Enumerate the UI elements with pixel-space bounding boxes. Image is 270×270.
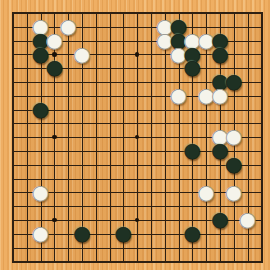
intersection-J13[interactable] bbox=[116, 89, 130, 103]
intersection-Q12[interactable] bbox=[213, 103, 227, 117]
intersection-H18[interactable] bbox=[103, 20, 117, 34]
intersection-T16[interactable] bbox=[254, 47, 268, 61]
intersection-N12[interactable] bbox=[172, 103, 186, 117]
intersection-J6[interactable] bbox=[116, 185, 130, 199]
intersection-F3[interactable]: ● bbox=[75, 227, 89, 241]
intersection-J10[interactable] bbox=[116, 130, 130, 144]
intersection-T12[interactable] bbox=[254, 103, 268, 117]
intersection-K9[interactable] bbox=[130, 144, 144, 158]
intersection-S3[interactable] bbox=[241, 227, 255, 241]
intersection-R3[interactable] bbox=[227, 227, 241, 241]
intersection-S15[interactable] bbox=[241, 61, 255, 75]
intersection-J7[interactable] bbox=[116, 172, 130, 186]
intersection-F5[interactable] bbox=[75, 199, 89, 213]
intersection-P3[interactable] bbox=[199, 227, 213, 241]
intersection-H1[interactable] bbox=[103, 254, 117, 268]
intersection-G6[interactable] bbox=[89, 185, 103, 199]
intersection-S8[interactable] bbox=[241, 158, 255, 172]
intersection-N5[interactable] bbox=[172, 199, 186, 213]
intersection-C11[interactable] bbox=[34, 116, 48, 130]
intersection-J8[interactable] bbox=[116, 158, 130, 172]
intersection-D6[interactable] bbox=[47, 185, 61, 199]
intersection-C8[interactable] bbox=[34, 158, 48, 172]
intersection-H17[interactable] bbox=[103, 34, 117, 48]
intersection-J2[interactable] bbox=[116, 241, 130, 255]
intersection-T3[interactable] bbox=[254, 227, 268, 241]
intersection-O15[interactable]: ● bbox=[185, 61, 199, 75]
intersection-D5[interactable] bbox=[47, 199, 61, 213]
intersection-C1[interactable] bbox=[34, 254, 48, 268]
intersection-E1[interactable] bbox=[61, 254, 75, 268]
intersection-P8[interactable] bbox=[199, 158, 213, 172]
intersection-F14[interactable] bbox=[75, 75, 89, 89]
intersection-K10[interactable] bbox=[130, 130, 144, 144]
intersection-S14[interactable] bbox=[241, 75, 255, 89]
intersection-H9[interactable] bbox=[103, 144, 117, 158]
intersection-N7[interactable] bbox=[172, 172, 186, 186]
intersection-S1[interactable] bbox=[241, 254, 255, 268]
intersection-R14[interactable]: ● bbox=[227, 75, 241, 89]
intersection-G7[interactable] bbox=[89, 172, 103, 186]
intersection-E15[interactable] bbox=[61, 61, 75, 75]
intersection-O9[interactable]: ● bbox=[185, 144, 199, 158]
intersection-J12[interactable] bbox=[116, 103, 130, 117]
intersection-D3[interactable] bbox=[47, 227, 61, 241]
intersection-G14[interactable] bbox=[89, 75, 103, 89]
board-grid: ●●●●●●●●●●●●●●●●●●●●●●●●●●●●●●●●●●●●●● bbox=[6, 6, 268, 268]
intersection-B10[interactable] bbox=[20, 130, 34, 144]
intersection-R19[interactable] bbox=[227, 6, 241, 20]
intersection-O12[interactable] bbox=[185, 103, 199, 117]
intersection-L9[interactable] bbox=[144, 144, 158, 158]
intersection-S13[interactable] bbox=[241, 89, 255, 103]
intersection-O8[interactable] bbox=[185, 158, 199, 172]
intersection-H19[interactable] bbox=[103, 6, 117, 20]
intersection-M11[interactable] bbox=[158, 116, 172, 130]
intersection-C6[interactable]: ● bbox=[34, 185, 48, 199]
intersection-H16[interactable] bbox=[103, 47, 117, 61]
intersection-K4[interactable] bbox=[130, 213, 144, 227]
intersection-N2[interactable] bbox=[172, 241, 186, 255]
intersection-N11[interactable] bbox=[172, 116, 186, 130]
intersection-O1[interactable] bbox=[185, 254, 199, 268]
intersection-T10[interactable] bbox=[254, 130, 268, 144]
intersection-L14[interactable] bbox=[144, 75, 158, 89]
intersection-T11[interactable] bbox=[254, 116, 268, 130]
intersection-S10[interactable] bbox=[241, 130, 255, 144]
intersection-K5[interactable] bbox=[130, 199, 144, 213]
intersection-K2[interactable] bbox=[130, 241, 144, 255]
intersection-O2[interactable] bbox=[185, 241, 199, 255]
intersection-D9[interactable] bbox=[47, 144, 61, 158]
intersection-H8[interactable] bbox=[103, 158, 117, 172]
intersection-T15[interactable] bbox=[254, 61, 268, 75]
intersection-L15[interactable] bbox=[144, 61, 158, 75]
intersection-M3[interactable] bbox=[158, 227, 172, 241]
intersection-M4[interactable] bbox=[158, 213, 172, 227]
intersection-F10[interactable] bbox=[75, 130, 89, 144]
intersection-L1[interactable] bbox=[144, 254, 158, 268]
intersection-G10[interactable] bbox=[89, 130, 103, 144]
intersection-R16[interactable] bbox=[227, 47, 241, 61]
intersection-T9[interactable] bbox=[254, 144, 268, 158]
intersection-S16[interactable] bbox=[241, 47, 255, 61]
intersection-A5[interactable] bbox=[6, 199, 20, 213]
intersection-H6[interactable] bbox=[103, 185, 117, 199]
intersection-L2[interactable] bbox=[144, 241, 158, 255]
intersection-A14[interactable] bbox=[6, 75, 20, 89]
intersection-K1[interactable] bbox=[130, 254, 144, 268]
intersection-C3[interactable]: ● bbox=[34, 227, 48, 241]
intersection-L5[interactable] bbox=[144, 199, 158, 213]
intersection-K12[interactable] bbox=[130, 103, 144, 117]
intersection-G11[interactable] bbox=[89, 116, 103, 130]
intersection-F16[interactable]: ● bbox=[75, 47, 89, 61]
intersection-G18[interactable] bbox=[89, 20, 103, 34]
intersection-C14[interactable] bbox=[34, 75, 48, 89]
intersection-B2[interactable] bbox=[20, 241, 34, 255]
intersection-S17[interactable] bbox=[241, 34, 255, 48]
intersection-Q16[interactable]: ● bbox=[213, 47, 227, 61]
intersection-E13[interactable] bbox=[61, 89, 75, 103]
intersection-T4[interactable] bbox=[254, 213, 268, 227]
intersection-B5[interactable] bbox=[20, 199, 34, 213]
intersection-C12[interactable]: ● bbox=[34, 103, 48, 117]
intersection-D1[interactable] bbox=[47, 254, 61, 268]
intersection-P6[interactable]: ● bbox=[199, 185, 213, 199]
intersection-K16[interactable] bbox=[130, 47, 144, 61]
intersection-F15[interactable] bbox=[75, 61, 89, 75]
intersection-S6[interactable] bbox=[241, 185, 255, 199]
intersection-L8[interactable] bbox=[144, 158, 158, 172]
intersection-M9[interactable] bbox=[158, 144, 172, 158]
intersection-O19[interactable] bbox=[185, 6, 199, 20]
intersection-R10[interactable]: ● bbox=[227, 130, 241, 144]
intersection-T5[interactable] bbox=[254, 199, 268, 213]
intersection-D13[interactable] bbox=[47, 89, 61, 103]
intersection-K17[interactable] bbox=[130, 34, 144, 48]
intersection-L4[interactable] bbox=[144, 213, 158, 227]
intersection-H15[interactable] bbox=[103, 61, 117, 75]
intersection-K6[interactable] bbox=[130, 185, 144, 199]
intersection-L13[interactable] bbox=[144, 89, 158, 103]
intersection-J1[interactable] bbox=[116, 254, 130, 268]
intersection-E14[interactable] bbox=[61, 75, 75, 89]
intersection-N1[interactable] bbox=[172, 254, 186, 268]
intersection-D17[interactable]: ● bbox=[47, 34, 61, 48]
intersection-D14[interactable] bbox=[47, 75, 61, 89]
intersection-G2[interactable] bbox=[89, 241, 103, 255]
intersection-E6[interactable] bbox=[61, 185, 75, 199]
go-board: ●●●●●●●●●●●●●●●●●●●●●●●●●●●●●●●●●●●●●● bbox=[0, 0, 270, 270]
intersection-G9[interactable] bbox=[89, 144, 103, 158]
intersection-R8[interactable]: ● bbox=[227, 158, 241, 172]
intersection-E18[interactable]: ● bbox=[61, 20, 75, 34]
intersection-S12[interactable] bbox=[241, 103, 255, 117]
intersection-M2[interactable] bbox=[158, 241, 172, 255]
intersection-G4[interactable] bbox=[89, 213, 103, 227]
intersection-Q13[interactable]: ● bbox=[213, 89, 227, 103]
intersection-A12[interactable] bbox=[6, 103, 20, 117]
intersection-N8[interactable] bbox=[172, 158, 186, 172]
intersection-M7[interactable] bbox=[158, 172, 172, 186]
intersection-L7[interactable] bbox=[144, 172, 158, 186]
intersection-F13[interactable] bbox=[75, 89, 89, 103]
intersection-T8[interactable] bbox=[254, 158, 268, 172]
intersection-Q19[interactable] bbox=[213, 6, 227, 20]
intersection-L6[interactable] bbox=[144, 185, 158, 199]
intersection-G1[interactable] bbox=[89, 254, 103, 268]
intersection-G16[interactable] bbox=[89, 47, 103, 61]
intersection-J15[interactable] bbox=[116, 61, 130, 75]
intersection-B9[interactable] bbox=[20, 144, 34, 158]
intersection-A19[interactable] bbox=[6, 6, 20, 20]
intersection-A18[interactable] bbox=[6, 20, 20, 34]
intersection-A16[interactable] bbox=[6, 47, 20, 61]
intersection-L11[interactable] bbox=[144, 116, 158, 130]
intersection-A2[interactable] bbox=[6, 241, 20, 255]
intersection-A11[interactable] bbox=[6, 116, 20, 130]
intersection-L12[interactable] bbox=[144, 103, 158, 117]
intersection-J11[interactable] bbox=[116, 116, 130, 130]
intersection-S4[interactable]: ● bbox=[241, 213, 255, 227]
intersection-E10[interactable] bbox=[61, 130, 75, 144]
intersection-R12[interactable] bbox=[227, 103, 241, 117]
intersection-M15[interactable] bbox=[158, 61, 172, 75]
intersection-S2[interactable] bbox=[241, 241, 255, 255]
intersection-K8[interactable] bbox=[130, 158, 144, 172]
intersection-B8[interactable] bbox=[20, 158, 34, 172]
intersection-H11[interactable] bbox=[103, 116, 117, 130]
intersection-O3[interactable]: ● bbox=[185, 227, 199, 241]
intersection-J16[interactable] bbox=[116, 47, 130, 61]
intersection-K7[interactable] bbox=[130, 172, 144, 186]
intersection-J3[interactable]: ● bbox=[116, 227, 130, 241]
intersection-T2[interactable] bbox=[254, 241, 268, 255]
intersection-L3[interactable] bbox=[144, 227, 158, 241]
intersection-T18[interactable] bbox=[254, 20, 268, 34]
intersection-K18[interactable] bbox=[130, 20, 144, 34]
intersection-D10[interactable] bbox=[47, 130, 61, 144]
intersection-S11[interactable] bbox=[241, 116, 255, 130]
intersection-E12[interactable] bbox=[61, 103, 75, 117]
intersection-J14[interactable] bbox=[116, 75, 130, 89]
intersection-A6[interactable] bbox=[6, 185, 20, 199]
intersection-O11[interactable] bbox=[185, 116, 199, 130]
intersection-M8[interactable] bbox=[158, 158, 172, 172]
intersection-H2[interactable] bbox=[103, 241, 117, 255]
intersection-D4[interactable] bbox=[47, 213, 61, 227]
intersection-F18[interactable] bbox=[75, 20, 89, 34]
intersection-J9[interactable] bbox=[116, 144, 130, 158]
intersection-T19[interactable] bbox=[254, 6, 268, 20]
intersection-B15[interactable] bbox=[20, 61, 34, 75]
intersection-F12[interactable] bbox=[75, 103, 89, 117]
intersection-J17[interactable] bbox=[116, 34, 130, 48]
intersection-Q3[interactable] bbox=[213, 227, 227, 241]
intersection-R13[interactable] bbox=[227, 89, 241, 103]
intersection-E8[interactable] bbox=[61, 158, 75, 172]
intersection-G3[interactable] bbox=[89, 227, 103, 241]
intersection-G15[interactable] bbox=[89, 61, 103, 75]
intersection-J5[interactable] bbox=[116, 199, 130, 213]
intersection-F1[interactable] bbox=[75, 254, 89, 268]
intersection-P12[interactable] bbox=[199, 103, 213, 117]
intersection-F9[interactable] bbox=[75, 144, 89, 158]
intersection-A9[interactable] bbox=[6, 144, 20, 158]
intersection-A13[interactable] bbox=[6, 89, 20, 103]
intersection-G17[interactable] bbox=[89, 34, 103, 48]
intersection-H12[interactable] bbox=[103, 103, 117, 117]
intersection-F2[interactable] bbox=[75, 241, 89, 255]
intersection-H5[interactable] bbox=[103, 199, 117, 213]
intersection-S9[interactable] bbox=[241, 144, 255, 158]
intersection-R18[interactable] bbox=[227, 20, 241, 34]
intersection-G8[interactable] bbox=[89, 158, 103, 172]
intersection-S7[interactable] bbox=[241, 172, 255, 186]
intersection-S18[interactable] bbox=[241, 20, 255, 34]
intersection-M1[interactable] bbox=[158, 254, 172, 268]
intersection-D7[interactable] bbox=[47, 172, 61, 186]
intersection-Q1[interactable] bbox=[213, 254, 227, 268]
intersection-G13[interactable] bbox=[89, 89, 103, 103]
intersection-B11[interactable] bbox=[20, 116, 34, 130]
intersection-K19[interactable] bbox=[130, 6, 144, 20]
intersection-D12[interactable] bbox=[47, 103, 61, 117]
intersection-C2[interactable] bbox=[34, 241, 48, 255]
intersection-A7[interactable] bbox=[6, 172, 20, 186]
intersection-G19[interactable] bbox=[89, 6, 103, 20]
intersection-H13[interactable] bbox=[103, 89, 117, 103]
intersection-D15[interactable]: ● bbox=[47, 61, 61, 75]
intersection-E5[interactable] bbox=[61, 199, 75, 213]
intersection-D11[interactable] bbox=[47, 116, 61, 130]
intersection-T17[interactable] bbox=[254, 34, 268, 48]
intersection-A17[interactable] bbox=[6, 34, 20, 48]
intersection-E9[interactable] bbox=[61, 144, 75, 158]
intersection-A4[interactable] bbox=[6, 213, 20, 227]
intersection-B14[interactable] bbox=[20, 75, 34, 89]
intersection-B1[interactable] bbox=[20, 254, 34, 268]
intersection-F19[interactable] bbox=[75, 6, 89, 20]
intersection-M6[interactable] bbox=[158, 185, 172, 199]
intersection-C10[interactable] bbox=[34, 130, 48, 144]
intersection-E7[interactable] bbox=[61, 172, 75, 186]
intersection-F8[interactable] bbox=[75, 158, 89, 172]
intersection-G5[interactable] bbox=[89, 199, 103, 213]
intersection-F7[interactable] bbox=[75, 172, 89, 186]
intersection-E2[interactable] bbox=[61, 241, 75, 255]
intersection-H7[interactable] bbox=[103, 172, 117, 186]
intersection-R2[interactable] bbox=[227, 241, 241, 255]
intersection-H14[interactable] bbox=[103, 75, 117, 89]
intersection-T13[interactable] bbox=[254, 89, 268, 103]
intersection-P1[interactable] bbox=[199, 254, 213, 268]
intersection-T14[interactable] bbox=[254, 75, 268, 89]
intersection-G12[interactable] bbox=[89, 103, 103, 117]
intersection-T7[interactable] bbox=[254, 172, 268, 186]
intersection-R17[interactable] bbox=[227, 34, 241, 48]
intersection-K14[interactable] bbox=[130, 75, 144, 89]
intersection-K15[interactable] bbox=[130, 61, 144, 75]
intersection-T1[interactable] bbox=[254, 254, 268, 268]
intersection-K13[interactable] bbox=[130, 89, 144, 103]
intersection-R6[interactable]: ● bbox=[227, 185, 241, 199]
intersection-J19[interactable] bbox=[116, 6, 130, 20]
intersection-N13[interactable]: ● bbox=[172, 89, 186, 103]
intersection-J18[interactable] bbox=[116, 20, 130, 34]
intersection-A3[interactable] bbox=[6, 227, 20, 241]
intersection-M10[interactable] bbox=[158, 130, 172, 144]
intersection-K11[interactable] bbox=[130, 116, 144, 130]
intersection-H10[interactable] bbox=[103, 130, 117, 144]
intersection-A15[interactable] bbox=[6, 61, 20, 75]
intersection-P2[interactable] bbox=[199, 241, 213, 255]
intersection-P19[interactable] bbox=[199, 6, 213, 20]
intersection-O5[interactable] bbox=[185, 199, 199, 213]
intersection-K3[interactable] bbox=[130, 227, 144, 241]
intersection-R1[interactable] bbox=[227, 254, 241, 268]
intersection-F11[interactable] bbox=[75, 116, 89, 130]
intersection-F6[interactable] bbox=[75, 185, 89, 199]
intersection-M12[interactable] bbox=[158, 103, 172, 117]
intersection-A1[interactable] bbox=[6, 254, 20, 268]
intersection-D8[interactable] bbox=[47, 158, 61, 172]
intersection-C5[interactable] bbox=[34, 199, 48, 213]
intersection-A8[interactable] bbox=[6, 158, 20, 172]
intersection-M5[interactable] bbox=[158, 199, 172, 213]
intersection-A10[interactable] bbox=[6, 130, 20, 144]
intersection-C9[interactable] bbox=[34, 144, 48, 158]
intersection-E11[interactable] bbox=[61, 116, 75, 130]
intersection-D2[interactable] bbox=[47, 241, 61, 255]
intersection-T6[interactable] bbox=[254, 185, 268, 199]
intersection-L16[interactable] bbox=[144, 47, 158, 61]
intersection-Q4[interactable]: ● bbox=[213, 213, 227, 227]
intersection-N6[interactable] bbox=[172, 185, 186, 199]
intersection-Q2[interactable] bbox=[213, 241, 227, 255]
intersection-S19[interactable] bbox=[241, 6, 255, 20]
intersection-L10[interactable] bbox=[144, 130, 158, 144]
